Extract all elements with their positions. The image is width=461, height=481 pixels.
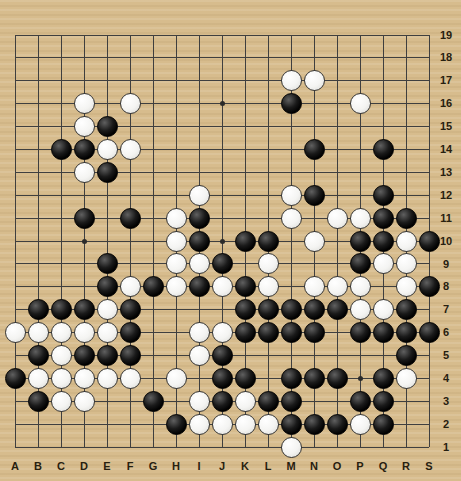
intersection-I16[interactable] [188, 92, 211, 115]
intersection-I1[interactable] [188, 436, 211, 459]
intersection-I18[interactable] [188, 46, 211, 69]
intersection-H8[interactable] [165, 275, 188, 298]
intersection-D15[interactable] [73, 115, 96, 138]
intersection-P15[interactable] [349, 115, 372, 138]
intersection-R10[interactable] [395, 230, 418, 253]
intersection-B2[interactable] [27, 413, 50, 436]
intersection-C9[interactable] [50, 253, 73, 276]
intersection-N1[interactable] [303, 436, 326, 459]
intersection-M14[interactable] [280, 138, 303, 161]
intersection-K4[interactable] [234, 367, 257, 390]
intersection-L9[interactable] [257, 253, 280, 276]
intersection-H15[interactable] [165, 115, 188, 138]
intersection-R2[interactable] [395, 413, 418, 436]
intersection-F8[interactable] [119, 275, 142, 298]
intersection-P10[interactable] [349, 230, 372, 253]
intersection-M9[interactable] [280, 253, 303, 276]
intersection-M15[interactable] [280, 115, 303, 138]
intersection-L18[interactable] [257, 46, 280, 69]
intersection-C11[interactable] [50, 207, 73, 230]
intersection-G16[interactable] [142, 92, 165, 115]
intersection-O14[interactable] [326, 138, 349, 161]
intersection-H6[interactable] [165, 321, 188, 344]
intersection-K8[interactable] [234, 275, 257, 298]
intersection-I13[interactable] [188, 161, 211, 184]
intersection-R1[interactable] [395, 436, 418, 459]
intersection-G14[interactable] [142, 138, 165, 161]
intersection-A10[interactable] [4, 230, 27, 253]
intersection-D16[interactable] [73, 92, 96, 115]
intersection-K15[interactable] [234, 115, 257, 138]
intersection-I2[interactable] [188, 413, 211, 436]
intersection-E1[interactable] [96, 436, 119, 459]
intersection-K17[interactable] [234, 69, 257, 92]
intersection-E7[interactable] [96, 298, 119, 321]
intersection-B5[interactable] [27, 344, 50, 367]
intersection-C13[interactable] [50, 161, 73, 184]
intersection-N12[interactable] [303, 184, 326, 207]
intersection-L1[interactable] [257, 436, 280, 459]
intersection-P1[interactable] [349, 436, 372, 459]
intersection-C15[interactable] [50, 115, 73, 138]
intersection-N19[interactable] [303, 24, 326, 47]
intersection-A18[interactable] [4, 46, 27, 69]
intersection-M13[interactable] [280, 161, 303, 184]
intersection-B13[interactable] [27, 161, 50, 184]
intersection-E3[interactable] [96, 390, 119, 413]
intersection-E6[interactable] [96, 321, 119, 344]
intersection-H11[interactable] [165, 207, 188, 230]
intersection-A11[interactable] [4, 207, 27, 230]
intersection-B17[interactable] [27, 69, 50, 92]
intersection-I5[interactable] [188, 344, 211, 367]
intersection-B6[interactable] [27, 321, 50, 344]
intersection-A7[interactable] [4, 298, 27, 321]
intersection-H12[interactable] [165, 184, 188, 207]
intersection-N17[interactable] [303, 69, 326, 92]
intersection-L8[interactable] [257, 275, 280, 298]
intersection-Q16[interactable] [372, 92, 395, 115]
intersection-D11[interactable] [73, 207, 96, 230]
intersection-L3[interactable] [257, 390, 280, 413]
intersection-R11[interactable] [395, 207, 418, 230]
intersection-D19[interactable] [73, 24, 96, 47]
intersection-A13[interactable] [4, 161, 27, 184]
intersection-C12[interactable] [50, 184, 73, 207]
intersection-B8[interactable] [27, 275, 50, 298]
intersection-F13[interactable] [119, 161, 142, 184]
intersection-L2[interactable] [257, 413, 280, 436]
intersection-O15[interactable] [326, 115, 349, 138]
intersection-N6[interactable] [303, 321, 326, 344]
intersection-A17[interactable] [4, 69, 27, 92]
intersection-F4[interactable] [119, 367, 142, 390]
intersection-E17[interactable] [96, 69, 119, 92]
intersection-D18[interactable] [73, 46, 96, 69]
intersection-P8[interactable] [349, 275, 372, 298]
intersection-K7[interactable] [234, 298, 257, 321]
intersection-E10[interactable] [96, 230, 119, 253]
intersection-P5[interactable] [349, 344, 372, 367]
intersection-O5[interactable] [326, 344, 349, 367]
intersection-O18[interactable] [326, 46, 349, 69]
intersection-L17[interactable] [257, 69, 280, 92]
intersection-K3[interactable] [234, 390, 257, 413]
intersection-R4[interactable] [395, 367, 418, 390]
intersection-J3[interactable] [211, 390, 234, 413]
intersection-L12[interactable] [257, 184, 280, 207]
intersection-D7[interactable] [73, 298, 96, 321]
intersection-P16[interactable] [349, 92, 372, 115]
intersection-G5[interactable] [142, 344, 165, 367]
intersection-O9[interactable] [326, 253, 349, 276]
intersection-N8[interactable] [303, 275, 326, 298]
intersection-J11[interactable] [211, 207, 234, 230]
intersection-M17[interactable] [280, 69, 303, 92]
intersection-E14[interactable] [96, 138, 119, 161]
intersection-C5[interactable] [50, 344, 73, 367]
intersection-J13[interactable] [211, 161, 234, 184]
intersection-Q11[interactable] [372, 207, 395, 230]
intersection-D14[interactable] [73, 138, 96, 161]
intersection-P18[interactable] [349, 46, 372, 69]
intersection-L16[interactable] [257, 92, 280, 115]
intersection-N9[interactable] [303, 253, 326, 276]
intersection-E15[interactable] [96, 115, 119, 138]
intersection-C16[interactable] [50, 92, 73, 115]
intersection-F15[interactable] [119, 115, 142, 138]
intersection-H10[interactable] [165, 230, 188, 253]
intersection-R13[interactable] [395, 161, 418, 184]
intersection-L15[interactable] [257, 115, 280, 138]
intersection-A5[interactable] [4, 344, 27, 367]
intersection-L13[interactable] [257, 161, 280, 184]
intersection-K18[interactable] [234, 46, 257, 69]
intersection-C2[interactable] [50, 413, 73, 436]
intersection-I6[interactable] [188, 321, 211, 344]
intersection-P19[interactable] [349, 24, 372, 47]
intersection-Q1[interactable] [372, 436, 395, 459]
intersection-Q19[interactable] [372, 24, 395, 47]
intersection-K6[interactable] [234, 321, 257, 344]
intersection-F6[interactable] [119, 321, 142, 344]
intersection-P4[interactable] [349, 367, 372, 390]
intersection-H3[interactable] [165, 390, 188, 413]
intersection-O8[interactable] [326, 275, 349, 298]
intersection-F11[interactable] [119, 207, 142, 230]
intersection-O16[interactable] [326, 92, 349, 115]
intersection-I17[interactable] [188, 69, 211, 92]
intersection-B10[interactable] [27, 230, 50, 253]
intersection-I7[interactable] [188, 298, 211, 321]
intersection-E18[interactable] [96, 46, 119, 69]
intersection-A12[interactable] [4, 184, 27, 207]
intersection-H14[interactable] [165, 138, 188, 161]
intersection-B7[interactable] [27, 298, 50, 321]
intersection-E2[interactable] [96, 413, 119, 436]
intersection-J5[interactable] [211, 344, 234, 367]
intersection-L10[interactable] [257, 230, 280, 253]
intersection-K10[interactable] [234, 230, 257, 253]
intersection-H16[interactable] [165, 92, 188, 115]
intersection-E4[interactable] [96, 367, 119, 390]
intersection-I4[interactable] [188, 367, 211, 390]
intersection-J18[interactable] [211, 46, 234, 69]
intersection-D13[interactable] [73, 161, 96, 184]
intersection-D6[interactable] [73, 321, 96, 344]
intersection-M8[interactable] [280, 275, 303, 298]
intersection-R7[interactable] [395, 298, 418, 321]
intersection-R3[interactable] [395, 390, 418, 413]
intersection-N7[interactable] [303, 298, 326, 321]
intersection-N4[interactable] [303, 367, 326, 390]
intersection-C6[interactable] [50, 321, 73, 344]
intersection-J12[interactable] [211, 184, 234, 207]
intersection-J19[interactable] [211, 24, 234, 47]
intersection-I3[interactable] [188, 390, 211, 413]
intersection-O1[interactable] [326, 436, 349, 459]
intersection-N3[interactable] [303, 390, 326, 413]
intersection-B15[interactable] [27, 115, 50, 138]
intersection-J14[interactable] [211, 138, 234, 161]
intersection-D9[interactable] [73, 253, 96, 276]
intersection-K1[interactable] [234, 436, 257, 459]
intersection-F7[interactable] [119, 298, 142, 321]
intersection-F9[interactable] [119, 253, 142, 276]
intersection-L14[interactable] [257, 138, 280, 161]
intersection-P6[interactable] [349, 321, 372, 344]
intersection-A4[interactable] [4, 367, 27, 390]
intersection-H1[interactable] [165, 436, 188, 459]
intersection-N10[interactable] [303, 230, 326, 253]
intersection-R15[interactable] [395, 115, 418, 138]
intersection-A2[interactable] [4, 413, 27, 436]
intersection-Q14[interactable] [372, 138, 395, 161]
intersection-F14[interactable] [119, 138, 142, 161]
intersection-O12[interactable] [326, 184, 349, 207]
intersection-R8[interactable] [395, 275, 418, 298]
intersection-I19[interactable] [188, 24, 211, 47]
intersection-M2[interactable] [280, 413, 303, 436]
intersection-R17[interactable] [395, 69, 418, 92]
intersection-L5[interactable] [257, 344, 280, 367]
intersection-C10[interactable] [50, 230, 73, 253]
intersection-R16[interactable] [395, 92, 418, 115]
intersection-Q10[interactable] [372, 230, 395, 253]
intersection-J4[interactable] [211, 367, 234, 390]
intersection-Q7[interactable] [372, 298, 395, 321]
intersection-O17[interactable] [326, 69, 349, 92]
intersection-E9[interactable] [96, 253, 119, 276]
intersection-J6[interactable] [211, 321, 234, 344]
intersection-L6[interactable] [257, 321, 280, 344]
intersection-I8[interactable] [188, 275, 211, 298]
intersection-M4[interactable] [280, 367, 303, 390]
intersection-Q12[interactable] [372, 184, 395, 207]
intersection-F2[interactable] [119, 413, 142, 436]
intersection-F5[interactable] [119, 344, 142, 367]
intersection-A14[interactable] [4, 138, 27, 161]
intersection-L11[interactable] [257, 207, 280, 230]
intersection-B1[interactable] [27, 436, 50, 459]
intersection-E19[interactable] [96, 24, 119, 47]
intersection-I10[interactable] [188, 230, 211, 253]
intersection-F17[interactable] [119, 69, 142, 92]
intersection-D1[interactable] [73, 436, 96, 459]
intersection-F16[interactable] [119, 92, 142, 115]
intersection-I11[interactable] [188, 207, 211, 230]
intersection-K12[interactable] [234, 184, 257, 207]
intersection-I12[interactable] [188, 184, 211, 207]
intersection-L4[interactable] [257, 367, 280, 390]
intersection-P9[interactable] [349, 253, 372, 276]
intersection-D2[interactable] [73, 413, 96, 436]
intersection-K13[interactable] [234, 161, 257, 184]
intersection-R14[interactable] [395, 138, 418, 161]
intersection-P12[interactable] [349, 184, 372, 207]
intersection-B3[interactable] [27, 390, 50, 413]
intersection-N5[interactable] [303, 344, 326, 367]
intersection-P13[interactable] [349, 161, 372, 184]
intersection-H13[interactable] [165, 161, 188, 184]
intersection-H18[interactable] [165, 46, 188, 69]
intersection-Q6[interactable] [372, 321, 395, 344]
intersection-B14[interactable] [27, 138, 50, 161]
intersection-M18[interactable] [280, 46, 303, 69]
intersection-E16[interactable] [96, 92, 119, 115]
intersection-B18[interactable] [27, 46, 50, 69]
intersection-G2[interactable] [142, 413, 165, 436]
intersection-M5[interactable] [280, 344, 303, 367]
intersection-E13[interactable] [96, 161, 119, 184]
intersection-K14[interactable] [234, 138, 257, 161]
intersection-C3[interactable] [50, 390, 73, 413]
intersection-M7[interactable] [280, 298, 303, 321]
intersection-J2[interactable] [211, 413, 234, 436]
intersection-G1[interactable] [142, 436, 165, 459]
intersection-Q18[interactable] [372, 46, 395, 69]
intersection-N11[interactable] [303, 207, 326, 230]
intersection-K19[interactable] [234, 24, 257, 47]
intersection-E11[interactable] [96, 207, 119, 230]
intersection-J10[interactable] [211, 230, 234, 253]
intersection-G9[interactable] [142, 253, 165, 276]
intersection-I15[interactable] [188, 115, 211, 138]
intersection-Q17[interactable] [372, 69, 395, 92]
intersection-Q13[interactable] [372, 161, 395, 184]
intersection-J7[interactable] [211, 298, 234, 321]
intersection-B9[interactable] [27, 253, 50, 276]
intersection-O3[interactable] [326, 390, 349, 413]
intersection-P7[interactable] [349, 298, 372, 321]
intersection-F12[interactable] [119, 184, 142, 207]
intersection-F1[interactable] [119, 436, 142, 459]
intersection-P11[interactable] [349, 207, 372, 230]
intersection-G8[interactable] [142, 275, 165, 298]
intersection-B11[interactable] [27, 207, 50, 230]
intersection-R6[interactable] [395, 321, 418, 344]
intersection-L7[interactable] [257, 298, 280, 321]
intersection-N14[interactable] [303, 138, 326, 161]
intersection-K16[interactable] [234, 92, 257, 115]
intersection-H17[interactable] [165, 69, 188, 92]
intersection-A15[interactable] [4, 115, 27, 138]
intersection-Q2[interactable] [372, 413, 395, 436]
intersection-H7[interactable] [165, 298, 188, 321]
intersection-A9[interactable] [4, 253, 27, 276]
intersection-M19[interactable] [280, 24, 303, 47]
intersection-G7[interactable] [142, 298, 165, 321]
intersection-G19[interactable] [142, 24, 165, 47]
intersection-Q3[interactable] [372, 390, 395, 413]
intersection-K9[interactable] [234, 253, 257, 276]
intersection-F18[interactable] [119, 46, 142, 69]
intersection-G13[interactable] [142, 161, 165, 184]
intersection-N16[interactable] [303, 92, 326, 115]
intersection-C18[interactable] [50, 46, 73, 69]
intersection-A1[interactable] [4, 436, 27, 459]
intersection-M1[interactable] [280, 436, 303, 459]
intersection-D17[interactable] [73, 69, 96, 92]
intersection-K5[interactable] [234, 344, 257, 367]
intersection-G15[interactable] [142, 115, 165, 138]
intersection-M3[interactable] [280, 390, 303, 413]
intersection-G17[interactable] [142, 69, 165, 92]
intersection-Q15[interactable] [372, 115, 395, 138]
intersection-J16[interactable] [211, 92, 234, 115]
intersection-O6[interactable] [326, 321, 349, 344]
intersection-R18[interactable] [395, 46, 418, 69]
intersection-N18[interactable] [303, 46, 326, 69]
intersection-F10[interactable] [119, 230, 142, 253]
intersection-N2[interactable] [303, 413, 326, 436]
intersection-P2[interactable] [349, 413, 372, 436]
intersection-R12[interactable] [395, 184, 418, 207]
intersection-A3[interactable] [4, 390, 27, 413]
intersection-G11[interactable] [142, 207, 165, 230]
intersection-M6[interactable] [280, 321, 303, 344]
intersection-G18[interactable] [142, 46, 165, 69]
intersection-K11[interactable] [234, 207, 257, 230]
intersection-H19[interactable] [165, 24, 188, 47]
intersection-A8[interactable] [4, 275, 27, 298]
intersection-O10[interactable] [326, 230, 349, 253]
intersection-R9[interactable] [395, 253, 418, 276]
intersection-H4[interactable] [165, 367, 188, 390]
intersection-J8[interactable] [211, 275, 234, 298]
intersection-H9[interactable] [165, 253, 188, 276]
intersection-G6[interactable] [142, 321, 165, 344]
intersection-R19[interactable] [395, 24, 418, 47]
intersection-C8[interactable] [50, 275, 73, 298]
intersection-P3[interactable] [349, 390, 372, 413]
intersection-J15[interactable] [211, 115, 234, 138]
intersection-N13[interactable] [303, 161, 326, 184]
intersection-B16[interactable] [27, 92, 50, 115]
intersection-C7[interactable] [50, 298, 73, 321]
intersection-B4[interactable] [27, 367, 50, 390]
intersection-M12[interactable] [280, 184, 303, 207]
intersection-A19[interactable] [4, 24, 27, 47]
intersection-A6[interactable] [4, 321, 27, 344]
intersection-O4[interactable] [326, 367, 349, 390]
intersection-Q9[interactable] [372, 253, 395, 276]
intersection-A16[interactable] [4, 92, 27, 115]
intersection-G4[interactable] [142, 367, 165, 390]
intersection-B12[interactable] [27, 184, 50, 207]
intersection-J9[interactable] [211, 253, 234, 276]
intersection-C14[interactable] [50, 138, 73, 161]
